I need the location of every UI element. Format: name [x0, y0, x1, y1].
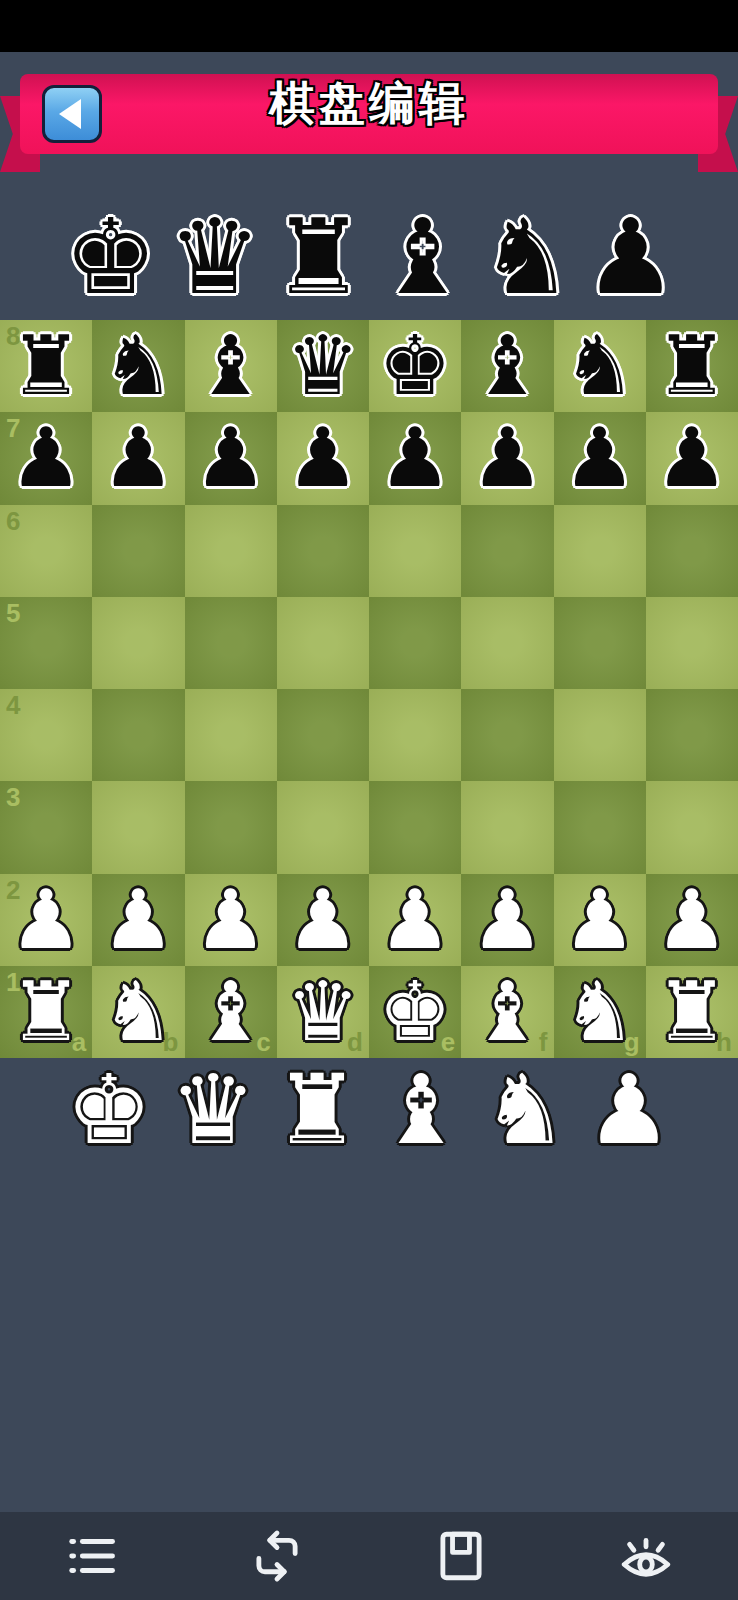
white-bishop[interactable]: ♝ — [461, 966, 553, 1058]
white-pawn[interactable]: ♟ — [646, 874, 738, 966]
white-piece-selector: ♚♛♜♝♞♟ — [0, 1056, 738, 1164]
square-a3[interactable]: 3 — [0, 781, 92, 873]
save-icon — [432, 1527, 490, 1585]
black-pawn[interactable]: ♟ — [277, 412, 369, 504]
square-f2[interactable]: ♟ — [461, 874, 553, 966]
square-e3[interactable] — [369, 781, 461, 873]
square-h5[interactable] — [646, 597, 738, 689]
black-pawn[interactable]: ♟ — [554, 412, 646, 504]
square-c3[interactable] — [185, 781, 277, 873]
square-a5[interactable]: 5 — [0, 597, 92, 689]
selector-white-queen[interactable]: ♛ — [168, 1056, 258, 1164]
square-b5[interactable] — [92, 597, 184, 689]
black-rook[interactable]: ♜ — [646, 320, 738, 412]
square-c4[interactable] — [185, 689, 277, 781]
black-pawn[interactable]: ♟ — [646, 412, 738, 504]
square-e4[interactable] — [369, 689, 461, 781]
chess-board: 8♜♞♝♛♚♝♞♜7♟♟♟♟♟♟♟♟65432♟♟♟♟♟♟♟♟1a♜b♞c♝d♛… — [0, 320, 738, 1058]
black-pawn[interactable]: ♟ — [92, 412, 184, 504]
black-queen[interactable]: ♛ — [277, 320, 369, 412]
black-knight[interactable]: ♞ — [554, 320, 646, 412]
black-knight[interactable]: ♞ — [92, 320, 184, 412]
square-d6[interactable] — [277, 505, 369, 597]
square-d1[interactable]: d♛ — [277, 966, 369, 1058]
selector-black-pawn[interactable]: ♟ — [584, 196, 674, 318]
square-f7[interactable]: ♟ — [461, 412, 553, 504]
rank-label-6: 6 — [6, 506, 20, 537]
square-f6[interactable] — [461, 505, 553, 597]
app-screen: 棋盘编辑 ♚♛♜♝♞♟ 8♜♞♝♛♚♝♞♜7♟♟♟♟♟♟♟♟65432♟♟♟♟♟… — [0, 0, 738, 1600]
square-g1[interactable]: g♞ — [554, 966, 646, 1058]
selector-black-knight[interactable]: ♞ — [480, 196, 570, 318]
square-b8[interactable]: ♞ — [92, 320, 184, 412]
white-bishop[interactable]: ♝ — [185, 966, 277, 1058]
preview-button[interactable] — [611, 1521, 681, 1591]
black-rook[interactable]: ♜ — [0, 320, 92, 412]
square-d8[interactable]: ♛ — [277, 320, 369, 412]
title-banner: 棋盘编辑 — [0, 74, 738, 174]
square-c7[interactable]: ♟ — [185, 412, 277, 504]
black-bishop[interactable]: ♝ — [461, 320, 553, 412]
square-b1[interactable]: b♞ — [92, 966, 184, 1058]
black-pawn[interactable]: ♟ — [185, 412, 277, 504]
square-b6[interactable] — [92, 505, 184, 597]
piece-list-button[interactable] — [57, 1521, 127, 1591]
ribbon-band: 棋盘编辑 — [20, 74, 718, 154]
save-button[interactable] — [426, 1521, 496, 1591]
black-king[interactable]: ♚ — [369, 320, 461, 412]
selector-white-knight[interactable]: ♞ — [480, 1056, 570, 1164]
square-f1[interactable]: f♝ — [461, 966, 553, 1058]
square-c8[interactable]: ♝ — [185, 320, 277, 412]
list-icon — [63, 1527, 121, 1585]
black-bishop[interactable]: ♝ — [185, 320, 277, 412]
white-pawn[interactable]: ♟ — [369, 874, 461, 966]
black-pawn[interactable]: ♟ — [0, 412, 92, 504]
square-d7[interactable]: ♟ — [277, 412, 369, 504]
selector-white-king[interactable]: ♚ — [64, 1056, 154, 1164]
square-d4[interactable] — [277, 689, 369, 781]
square-a6[interactable]: 6 — [0, 505, 92, 597]
bottom-toolbar — [0, 1512, 738, 1600]
white-pawn[interactable]: ♟ — [0, 874, 92, 966]
status-bar — [0, 0, 738, 52]
square-a1[interactable]: 1a♜ — [0, 966, 92, 1058]
white-pawn[interactable]: ♟ — [277, 874, 369, 966]
square-g2[interactable]: ♟ — [554, 874, 646, 966]
square-e6[interactable] — [369, 505, 461, 597]
black-pawn[interactable]: ♟ — [369, 412, 461, 504]
square-f8[interactable]: ♝ — [461, 320, 553, 412]
white-king[interactable]: ♚ — [369, 966, 461, 1058]
square-h7[interactable]: ♟ — [646, 412, 738, 504]
white-pawn[interactable]: ♟ — [461, 874, 553, 966]
square-a2[interactable]: 2♟ — [0, 874, 92, 966]
white-pawn[interactable]: ♟ — [185, 874, 277, 966]
square-e5[interactable] — [369, 597, 461, 689]
swap-turn-button[interactable] — [242, 1521, 312, 1591]
square-e7[interactable]: ♟ — [369, 412, 461, 504]
square-f5[interactable] — [461, 597, 553, 689]
square-c5[interactable] — [185, 597, 277, 689]
square-d3[interactable] — [277, 781, 369, 873]
selector-black-rook[interactable]: ♜ — [272, 196, 362, 318]
square-g5[interactable] — [554, 597, 646, 689]
square-b2[interactable]: ♟ — [92, 874, 184, 966]
square-d2[interactable]: ♟ — [277, 874, 369, 966]
square-h1[interactable]: h♜ — [646, 966, 738, 1058]
square-g6[interactable] — [554, 505, 646, 597]
square-c6[interactable] — [185, 505, 277, 597]
square-c2[interactable]: ♟ — [185, 874, 277, 966]
white-pawn[interactable]: ♟ — [92, 874, 184, 966]
selector-white-pawn[interactable]: ♟ — [584, 1056, 674, 1164]
repeat-icon — [248, 1527, 306, 1585]
rank-label-5: 5 — [6, 598, 20, 629]
page-title: 棋盘编辑 — [20, 74, 718, 134]
square-h3[interactable] — [646, 781, 738, 873]
white-knight[interactable]: ♞ — [554, 966, 646, 1058]
square-a4[interactable]: 4 — [0, 689, 92, 781]
square-a8[interactable]: 8♜ — [0, 320, 92, 412]
square-c1[interactable]: c♝ — [185, 966, 277, 1058]
square-g7[interactable]: ♟ — [554, 412, 646, 504]
square-b4[interactable] — [92, 689, 184, 781]
white-rook[interactable]: ♜ — [0, 966, 92, 1058]
square-e8[interactable]: ♚ — [369, 320, 461, 412]
white-knight[interactable]: ♞ — [92, 966, 184, 1058]
square-g8[interactable]: ♞ — [554, 320, 646, 412]
white-queen[interactable]: ♛ — [277, 966, 369, 1058]
selector-white-rook[interactable]: ♜ — [272, 1056, 362, 1164]
square-e2[interactable]: ♟ — [369, 874, 461, 966]
square-h4[interactable] — [646, 689, 738, 781]
square-h2[interactable]: ♟ — [646, 874, 738, 966]
black-piece-selector: ♚♛♜♝♞♟ — [0, 196, 738, 318]
square-h6[interactable] — [646, 505, 738, 597]
square-e1[interactable]: e♚ — [369, 966, 461, 1058]
square-b7[interactable]: ♟ — [92, 412, 184, 504]
square-g4[interactable] — [554, 689, 646, 781]
selector-white-bishop[interactable]: ♝ — [376, 1056, 466, 1164]
white-pawn[interactable]: ♟ — [554, 874, 646, 966]
black-pawn[interactable]: ♟ — [461, 412, 553, 504]
selector-black-king[interactable]: ♚ — [64, 196, 154, 318]
square-f3[interactable] — [461, 781, 553, 873]
white-rook[interactable]: ♜ — [646, 966, 738, 1058]
square-h8[interactable]: ♜ — [646, 320, 738, 412]
rank-label-4: 4 — [6, 690, 20, 721]
square-a7[interactable]: 7♟ — [0, 412, 92, 504]
square-g3[interactable] — [554, 781, 646, 873]
rank-label-3: 3 — [6, 782, 20, 813]
eye-icon — [617, 1527, 675, 1585]
selector-black-queen[interactable]: ♛ — [168, 196, 258, 318]
square-d5[interactable] — [277, 597, 369, 689]
selector-black-bishop[interactable]: ♝ — [376, 196, 466, 318]
square-f4[interactable] — [461, 689, 553, 781]
square-b3[interactable] — [92, 781, 184, 873]
